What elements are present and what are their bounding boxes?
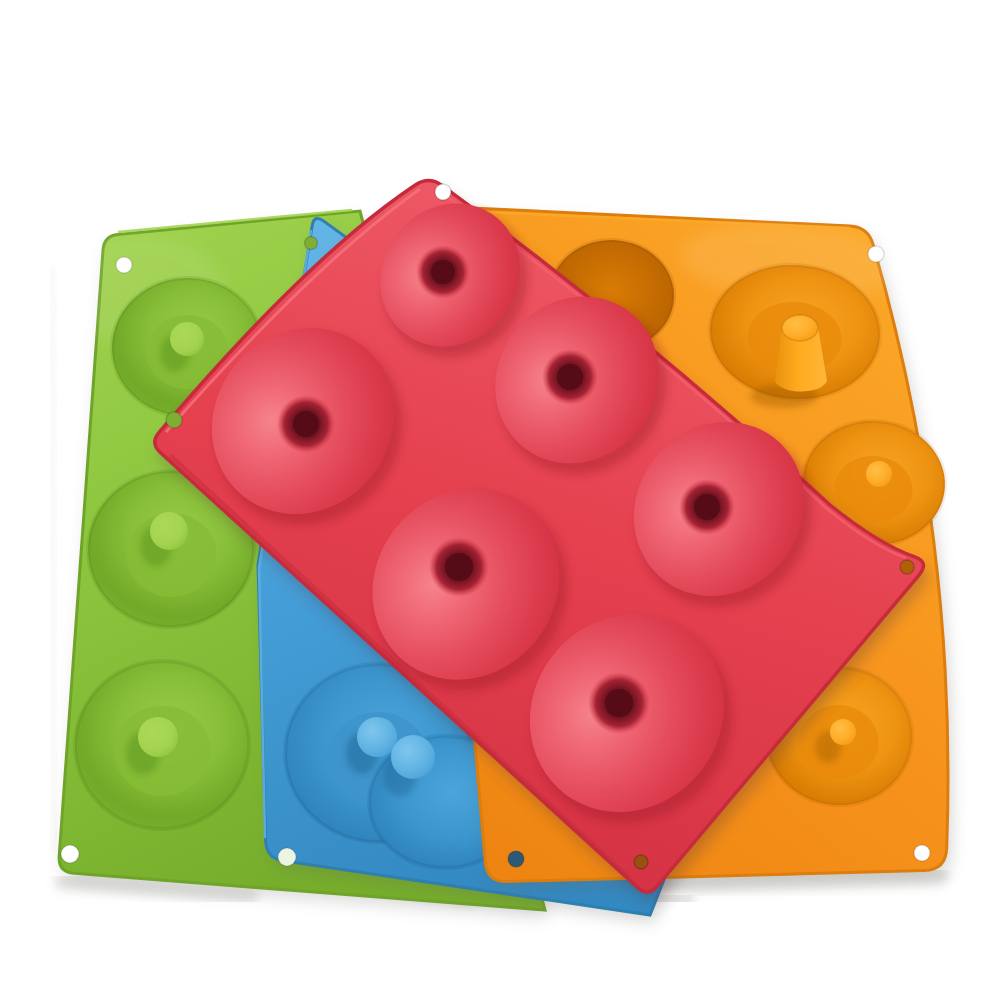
blue-corner-hole-bottom bbox=[278, 848, 296, 866]
product-photo: Four overlapping 6-cavity silicone donut… bbox=[0, 0, 1001, 1001]
orange-cone-top bbox=[782, 315, 818, 341]
blue-post-2 bbox=[391, 735, 435, 779]
green-post-3 bbox=[138, 717, 178, 757]
blue-corner-hole-top bbox=[305, 237, 318, 250]
orange-corner-hole-top-right bbox=[868, 246, 884, 262]
red-corner-hole-left bbox=[166, 412, 182, 428]
photo-canvas bbox=[0, 0, 1001, 1001]
orange-post-3 bbox=[866, 461, 892, 487]
red-corner-hole-top bbox=[435, 184, 451, 200]
green-corner-hole-bottom bbox=[61, 845, 79, 863]
orange-corner-hole-bottom-left bbox=[508, 851, 524, 867]
orange-corner-hole-bottom-right bbox=[914, 845, 930, 861]
green-post-2 bbox=[150, 512, 188, 550]
green-post-1 bbox=[170, 322, 204, 356]
green-corner-hole-top bbox=[116, 257, 132, 273]
red-corner-hole-bottom bbox=[634, 855, 648, 869]
orange-post-4 bbox=[830, 719, 856, 745]
red-corner-hole-right bbox=[900, 560, 914, 574]
blue-post-1 bbox=[357, 717, 397, 757]
silicone-donut-molds-photo: Four overlapping 6-cavity silicone donut… bbox=[0, 0, 1001, 1001]
